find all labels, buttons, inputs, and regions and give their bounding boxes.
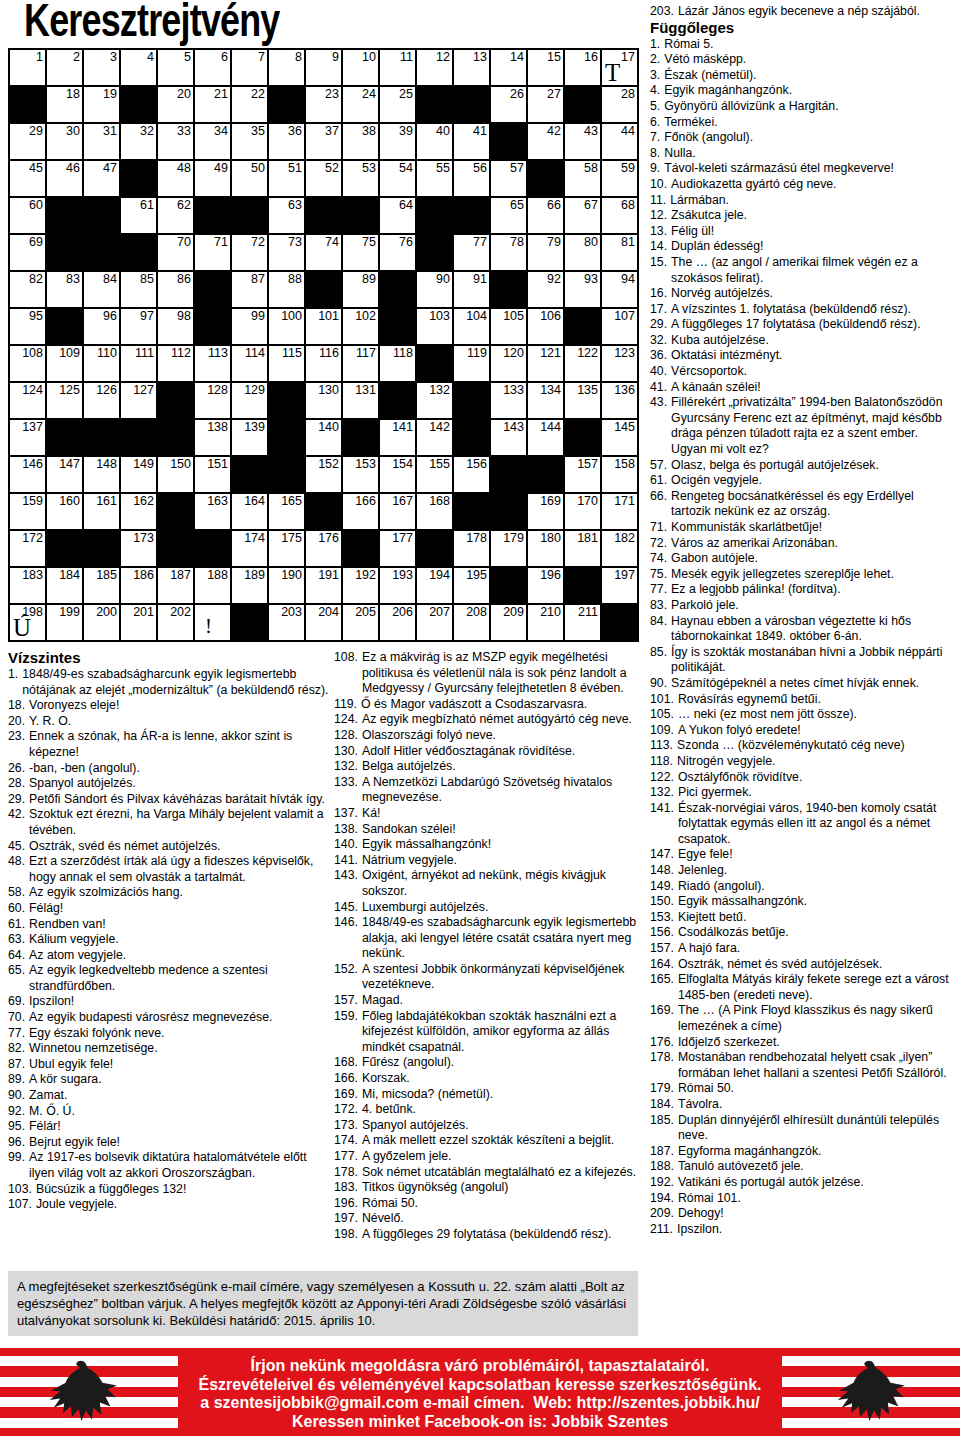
cell-number: 147 [59,457,80,471]
grid-cell[interactable]: 144 [528,420,563,455]
cell-number: 94 [621,272,635,286]
black-cell [417,235,452,270]
grid-cell[interactable]: 62 [158,198,193,233]
grid-cell[interactable]: 65 [491,198,526,233]
grid-cell[interactable]: 17T [602,50,637,85]
grid-cell[interactable]: 108 [10,346,45,381]
grid-cell[interactable]: 19 [84,87,119,122]
grid-cell[interactable]: 165 [269,494,304,529]
grid-cell[interactable]: 25 [380,87,415,122]
grid-cell[interactable]: 99 [232,309,267,344]
grid-cell[interactable]: 98 [158,309,193,344]
grid-cell[interactable]: 126 [84,383,119,418]
grid-cell[interactable]: 102 [343,309,378,344]
black-cell [269,457,304,492]
grid-cell[interactable]: 58 [565,161,600,196]
grid-cell[interactable]: 139 [232,420,267,455]
grid-cell[interactable]: 186 [121,568,156,603]
grid-cell[interactable]: 166 [343,494,378,529]
grid-cell[interactable]: 182 [602,531,637,566]
cell-number: 2 [73,50,80,64]
grid-cell[interactable]: 119 [454,346,489,381]
cell-number: 12 [436,50,450,64]
grid-cell[interactable]: 161 [84,494,119,529]
grid-cell[interactable]: 190 [269,568,304,603]
clue-item: 107.Joule vegyjele. [8,1197,330,1213]
grid-cell[interactable]: 191 [306,568,341,603]
grid-cell[interactable]: 84 [84,272,119,307]
grid-cell[interactable]: 90 [417,272,452,307]
clue-item: 43.Fillérekért „privatizálta” 1994-ben B… [650,395,956,457]
clue-text: Sok német utcatáblán megtalálható ez a k… [362,1165,640,1181]
grid-cell[interactable]: 29 [10,124,45,159]
grid-cell[interactable]: 69 [10,235,45,270]
grid-cell[interactable]: 210 [528,605,563,640]
grid-cell[interactable]: 101 [306,309,341,344]
grid-cell[interactable]: 85 [121,272,156,307]
grid-cell[interactable]: 12 [417,50,452,85]
grid-cell[interactable]: 158 [602,457,637,492]
grid-cell[interactable]: 7 [232,50,267,85]
grid-cell[interactable]: 185 [84,568,119,603]
cell-number: 153 [355,457,376,471]
grid-cell[interactable]: 45 [10,161,45,196]
grid-cell[interactable]: 136 [602,383,637,418]
grid-cell[interactable]: 120 [491,346,526,381]
grid-cell[interactable]: 30 [47,124,82,159]
cell-number: 128 [207,383,228,397]
grid-cell[interactable]: 187 [158,568,193,603]
grid-cell[interactable]: 42 [528,124,563,159]
clue-number: 41. [650,380,667,396]
grid-cell[interactable]: 5 [158,50,193,85]
grid-cell[interactable]: 27 [528,87,563,122]
grid-cell[interactable]: 15 [528,50,563,85]
grid-cell[interactable]: 123 [602,346,637,381]
black-cell [343,531,378,566]
grid-cell[interactable]: 64 [380,198,415,233]
clue-item: 188.Tanuló autóvezető jele. [650,1159,956,1175]
clue-text: … neki (ez most nem jött össze). [678,707,956,723]
black-cell [121,161,156,196]
cell-number: 92 [547,272,561,286]
grid-cell[interactable]: 157 [565,457,600,492]
grid-cell[interactable]: 184 [47,568,82,603]
grid-cell[interactable]: 151 [195,457,230,492]
black-cell [47,531,82,566]
clue-text: Fűrész (angolul). [362,1055,640,1071]
cell-number: 123 [614,346,635,360]
cell-number: 82 [29,272,43,286]
grid-cell[interactable]: 87 [232,272,267,307]
grid-cell[interactable]: 118 [380,346,415,381]
grid-cell[interactable]: 86 [158,272,193,307]
cell-number: 168 [429,494,450,508]
grid-cell[interactable]: 97 [121,309,156,344]
grid-cell[interactable]: 61 [121,198,156,233]
clue-list-header: Vízszintes [8,650,330,666]
grid-cell[interactable]: 133 [491,383,526,418]
grid-cell[interactable]: 117 [343,346,378,381]
grid-cell[interactable]: 77 [454,235,489,270]
clue-text: Vétó másképp. [664,52,956,68]
cell-number: 169 [540,494,561,508]
grid-cell[interactable]: 202 [158,605,193,640]
grid-cell[interactable]: 105 [491,309,526,344]
grid-cell[interactable]: 203 [269,605,304,640]
cell-number: 150 [170,457,191,471]
grid-cell[interactable]: 129 [232,383,267,418]
grid-cell[interactable]: 154 [380,457,415,492]
grid-cell[interactable]: 28 [602,87,637,122]
grid-cell[interactable]: 1 [10,50,45,85]
cell-number: 126 [96,383,117,397]
grid-cell[interactable]: 196 [528,568,563,603]
grid-cell[interactable]: 59 [602,161,637,196]
grid-cell[interactable]: 135 [565,383,600,418]
clue-item: 192.Vatikáni és portugál autók jelzése. [650,1175,956,1191]
grid-cell[interactable]: 201 [121,605,156,640]
grid-cell[interactable]: 180 [528,531,563,566]
grid-cell[interactable]: 73 [269,235,304,270]
black-cell [454,198,489,233]
cell-number: 97 [140,309,154,323]
grid-cell[interactable]: 183 [10,568,45,603]
grid-cell[interactable]: 141 [380,420,415,455]
grid-cell[interactable]: 125 [47,383,82,418]
clue-item: 95.Félár! [8,1119,330,1135]
grid-cell[interactable]: 66 [528,198,563,233]
grid-cell[interactable]: 131 [343,383,378,418]
cell-number: 145 [614,420,635,434]
clue-column-2: 108.Ez a mákvirág is az MSZP egyik megél… [334,650,640,1243]
grid-cell[interactable]: 103 [417,309,452,344]
grid-cell[interactable]: 91 [454,272,489,307]
clue-number: 148. [650,863,674,879]
grid-cell[interactable]: 208 [454,605,489,640]
grid-cell[interactable]: 106 [528,309,563,344]
grid-cell[interactable]: 40 [417,124,452,159]
cell-number: 70 [177,235,191,249]
clue-item: 137.Ká! [334,806,640,822]
grid-cell[interactable]: 2 [47,50,82,85]
grid-cell[interactable]: 163 [195,494,230,529]
grid-cell[interactable]: 173 [121,531,156,566]
grid-cell[interactable]: 159 [10,494,45,529]
grid-cell[interactable]: 39 [380,124,415,159]
clue-number: 147. [650,847,674,863]
grid-cell[interactable]: 43 [565,124,600,159]
grid-cell[interactable]: 24 [343,87,378,122]
grid-cell[interactable]: 35 [232,124,267,159]
clue-number: 103. [8,1182,32,1198]
clue-item: 7.Főnök (angolul). [650,130,956,146]
grid-cell[interactable]: 194 [417,568,452,603]
grid-cell[interactable]: 172 [10,531,45,566]
grid-cell[interactable]: 170 [565,494,600,529]
cell-number: 151 [207,457,228,471]
clue-item: 48.Ezt a szerződést írták alá úgy a fide… [8,854,330,885]
clue-text: A hajó fara. [678,941,956,957]
grid-cell[interactable]: 83 [47,272,82,307]
clue-text: 4. betűnk. [362,1102,640,1118]
clue-number: 61. [650,473,667,489]
grid-cell[interactable]: 147 [47,457,82,492]
clue-text: Joule vegyjele. [36,1197,330,1213]
grid-cell[interactable]: 31 [84,124,119,159]
grid-cell[interactable]: 9 [306,50,341,85]
grid-cell[interactable]: 52 [306,161,341,196]
grid-cell[interactable]: 57 [491,161,526,196]
cell-number: 58 [584,161,598,175]
clue-item: 169.Mi, micsoda? (németül). [334,1087,640,1103]
clue-item: 1.1848/49-es szabadságharcunk egyik legi… [8,667,330,698]
black-cell [195,309,230,344]
grid-cell[interactable]: 124 [10,383,45,418]
grid-cell[interactable]: 209 [491,605,526,640]
grid-cell[interactable]: 8 [269,50,304,85]
cell-number: 165 [281,494,302,508]
grid-cell[interactable]: 204 [306,605,341,640]
grid-cell[interactable]: 127 [121,383,156,418]
clue-number: 28. [8,776,25,792]
grid-cell[interactable]: 81 [602,235,637,270]
clue-text: M. Ő. Ú. [29,1104,330,1120]
grid-cell[interactable]: 189 [232,568,267,603]
grid-cell[interactable]: 199 [47,605,82,640]
cell-number: 59 [621,161,635,175]
grid-cell[interactable]: 48 [158,161,193,196]
banner-line: Írjon nekünk megoldásra váró problémáiró… [178,1357,782,1376]
cell-number: 149 [133,457,154,471]
grid-cell[interactable]: 89 [343,272,378,307]
grid-cell[interactable]: 54 [380,161,415,196]
clue-text: -ban, -ben (angolul). [29,761,330,777]
grid-cell[interactable]: 162 [121,494,156,529]
grid-cell[interactable]: 156 [454,457,489,492]
cell-number: 23 [325,87,339,101]
cell-number: 47 [103,161,117,175]
grid-cell[interactable]: 128 [195,383,230,418]
grid-cell[interactable]: 55 [417,161,452,196]
grid-cell[interactable]: 56 [454,161,489,196]
clue-number: 109. [650,723,674,739]
grid-cell[interactable]: 130 [306,383,341,418]
clue-number: 71. [650,520,667,536]
clue-number: 211. [650,1222,673,1238]
grid-cell[interactable]: 32 [121,124,156,159]
grid-cell[interactable]: 114 [232,346,267,381]
grid-cell[interactable]: 148 [84,457,119,492]
grid-cell[interactable]: 70 [158,235,193,270]
grid-cell[interactable]: 37 [306,124,341,159]
clue-item: 128.Olaszországi folyó neve. [334,728,640,744]
grid-cell[interactable]: 177 [380,531,415,566]
grid-cell[interactable]: 78 [491,235,526,270]
grid-cell[interactable]: 51 [269,161,304,196]
grid-cell[interactable]: 138 [195,420,230,455]
grid-cell[interactable]: 4 [121,50,156,85]
clue-number: 96. [8,1135,25,1151]
grid-cell[interactable]: 167 [380,494,415,529]
grid-cell[interactable]: 68 [602,198,637,233]
grid-cell[interactable]: 169 [528,494,563,529]
grid-cell[interactable]: 211 [565,605,600,640]
grid-cell[interactable]: 176 [306,531,341,566]
grid-cell[interactable]: 206 [380,605,415,640]
cell-number: 38 [362,124,376,138]
black-cell [343,198,378,233]
grid-cell[interactable]: 181 [565,531,600,566]
grid-cell[interactable]: 20 [158,87,193,122]
grid-cell[interactable]: 41 [454,124,489,159]
clue-number: 1. [650,37,660,53]
grid-cell[interactable]: 193 [380,568,415,603]
clue-column-3: 203.Lázár János egyik beceneve a nép szá… [650,4,956,1237]
grid-cell[interactable]: 63 [269,198,304,233]
grid-cell[interactable]: 100 [269,309,304,344]
grid-cell[interactable]: 178 [454,531,489,566]
grid-cell[interactable]: 104 [454,309,489,344]
grid-cell[interactable]: 93 [565,272,600,307]
grid-cell[interactable]: 174 [232,531,267,566]
grid-cell[interactable]: 21 [195,87,230,122]
grid-cell[interactable]: 36 [269,124,304,159]
grid-cell[interactable]: 18 [47,87,82,122]
cell-number: 159 [22,494,43,508]
grid-cell[interactable]: 23 [306,87,341,122]
grid-cell[interactable]: 26 [491,87,526,122]
grid-cell[interactable]: 132 [417,383,452,418]
grid-cell[interactable]: 197 [602,568,637,603]
clue-text: Ő és Magor vadászott a Csodaszarvasra. [361,697,640,713]
grid-cell[interactable]: 14 [491,50,526,85]
grid-cell[interactable]: 53 [343,161,378,196]
grid-cell[interactable]: 171 [602,494,637,529]
grid-cell[interactable]: 122 [565,346,600,381]
grid-cell[interactable]: 44 [602,124,637,159]
grid-cell[interactable]: 140 [306,420,341,455]
grid-cell[interactable]: 142 [417,420,452,455]
grid-cell[interactable]: 134 [528,383,563,418]
clue-item: 89.A kör sugara. [8,1072,330,1088]
grid-cell[interactable]: 111 [121,346,156,381]
clue-item: 183.Titkos ügynökség (angolul) [334,1180,640,1196]
grid-cell[interactable]: 34 [195,124,230,159]
cell-number: 28 [621,87,635,101]
banner-left-stripes [0,1356,178,1428]
grid-cell[interactable]: 95 [10,309,45,344]
grid-cell[interactable]: 79 [528,235,563,270]
clue-text: Riadó (angolul). [678,879,956,895]
grid-cell[interactable]: 175 [269,531,304,566]
clue-number: 82. [8,1041,25,1057]
grid-cell[interactable]: 72 [232,235,267,270]
cell-number: 18 [66,87,80,101]
grid-cell[interactable]: 198Ú [10,605,45,640]
grid-cell[interactable]: 188 [195,568,230,603]
clue-item: 209.Dehogy! [650,1206,956,1222]
grid-cell[interactable]: 94 [602,272,637,307]
clue-text: Lázár János egyik beceneve a nép szájábó… [678,4,956,20]
grid-cell[interactable]: 168 [417,494,452,529]
cell-number: 6 [221,50,228,64]
grid-cell[interactable]: 207 [417,605,452,640]
grid-cell[interactable]: 192 [343,568,378,603]
grid-cell[interactable]: 88 [269,272,304,307]
grid-cell[interactable]: 195 [454,568,489,603]
grid-cell[interactable]: 152 [306,457,341,492]
grid-cell[interactable]: 47 [84,161,119,196]
grid-cell[interactable]: 67 [565,198,600,233]
grid-cell[interactable]: 164 [232,494,267,529]
grid-cell[interactable]: 107 [602,309,637,344]
grid-cell[interactable]: 6 [195,50,230,85]
grid-cell[interactable]: 205 [343,605,378,640]
grid-cell[interactable]: 160 [47,494,82,529]
grid-cell[interactable]: 146 [10,457,45,492]
grid-cell[interactable]: 143 [491,420,526,455]
clue-number: 178. [334,1165,358,1181]
grid-cell[interactable]: 200 [84,605,119,640]
grid-cell[interactable]: 38 [343,124,378,159]
grid-cell[interactable]: 179 [491,531,526,566]
grid-cell[interactable]: 149 [121,457,156,492]
grid-cell[interactable]: 46 [47,161,82,196]
cell-number: 100 [281,309,302,323]
grid-cell[interactable]: 13 [454,50,489,85]
grid-cell[interactable]: 33 [158,124,193,159]
cell-number: 45 [29,161,43,175]
cell-number: 119 [467,346,487,360]
grid-cell[interactable]: 112 [158,346,193,381]
grid-cell[interactable]: 96 [84,309,119,344]
grid-cell[interactable]: 16 [565,50,600,85]
grid-cell[interactable]: 92 [528,272,563,307]
grid-cell[interactable]: 50 [232,161,267,196]
clue-item: 61.Ocigén vegyjele. [650,473,956,489]
grid-cell[interactable]: 22 [232,87,267,122]
grid-cell[interactable]: 11 [380,50,415,85]
grid-cell[interactable]: 115 [269,346,304,381]
grid-cell[interactable]: 75 [343,235,378,270]
grid-cell[interactable]: 116 [306,346,341,381]
grid-cell[interactable]: 71 [195,235,230,270]
grid-cell[interactable]: 153 [343,457,378,492]
grid-cell[interactable]: 121 [528,346,563,381]
grid-cell[interactable]: 155 [417,457,452,492]
grid-cell[interactable]: 150 [158,457,193,492]
grid-cell[interactable]: 49 [195,161,230,196]
grid-cell[interactable]: 76 [380,235,415,270]
grid-cell[interactable]: 74 [306,235,341,270]
clue-number: 196. [334,1196,358,1212]
grid-cell[interactable]: ! [195,605,230,640]
grid-cell[interactable]: 109 [47,346,82,381]
grid-cell[interactable]: 80 [565,235,600,270]
cell-number: 86 [177,272,191,286]
grid-cell[interactable]: 145 [602,420,637,455]
clue-item: 165.Elfoglalta Mátyás király fekete sere… [650,972,956,1003]
clue-text: Mi, micsoda? (németül). [362,1087,640,1103]
grid-cell[interactable]: 137 [10,420,45,455]
grid-cell[interactable]: 110 [84,346,119,381]
grid-cell[interactable]: 60 [10,198,45,233]
grid-cell[interactable]: 82 [10,272,45,307]
grid-cell[interactable]: 10 [343,50,378,85]
grid-cell[interactable]: 3 [84,50,119,85]
grid-cell[interactable]: 113 [195,346,230,381]
